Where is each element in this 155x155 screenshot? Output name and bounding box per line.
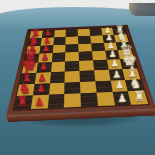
square[interactable] [65,52,79,62]
red-pawn[interactable]: ♟ [37,72,46,82]
red-pawn[interactable]: ♟ [34,96,44,107]
ivory-pawn[interactable]: ♟ [111,59,120,69]
red-pawn[interactable]: ♟ [36,84,46,95]
ivory-rook[interactable]: ♜ [133,90,146,104]
square[interactable] [80,93,97,107]
ivory-pawn[interactable]: ♟ [115,80,125,91]
chessboard-grid: ♜♟♟♜♞♟♟♞♝♟♟♝♛♟♟♛♚♟♟♚♝♟♟♝♞♟♟♞♜♟♟♜ [14,27,148,110]
square[interactable] [80,81,96,94]
square[interactable] [79,51,93,61]
square[interactable] [95,80,112,93]
square[interactable] [65,82,81,95]
chessboard-scene: ♜♟♟♜♞♟♟♞♝♟♟♝♛♟♟♛♚♟♟♚♝♟♟♝♞♟♟♞♜♟♟♜ [16,0,141,124]
red-pawn[interactable]: ♟ [39,62,48,72]
square[interactable] [79,70,95,81]
square[interactable]: ♜ [128,91,148,105]
square[interactable]: ♟ [33,83,50,96]
square[interactable] [51,62,66,72]
red-rook[interactable]: ♜ [16,95,29,109]
square[interactable] [47,94,64,108]
square[interactable] [49,82,65,95]
square[interactable]: ♜ [14,96,33,110]
ivory-pawn[interactable]: ♟ [113,69,122,79]
square[interactable] [50,71,65,82]
square[interactable] [79,60,94,70]
square[interactable] [96,92,114,106]
ivory-pawn[interactable]: ♟ [117,93,127,104]
square[interactable] [64,94,81,108]
chessboard: ♜♟♟♜♞♟♟♞♝♟♟♝♛♟♟♛♚♟♟♚♝♟♟♝♞♟♟♞♜♟♟♜ [6,25,155,116]
square[interactable]: ♟ [31,95,49,109]
square[interactable] [65,71,80,82]
